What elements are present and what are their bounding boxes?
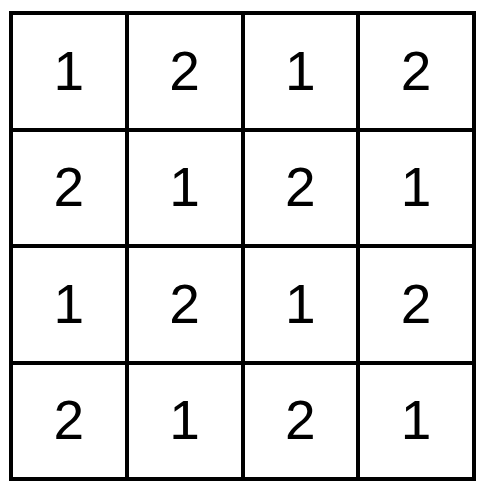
grid-cell-r2c2: 1 [129,132,241,245]
grid-cell-r2c1: 2 [13,132,125,245]
grid-cell-r4c1: 2 [13,365,125,478]
grid-cell-r4c4: 1 [360,365,472,478]
grid-cell-r1c1: 1 [13,15,125,128]
grid-cell-r3c4: 2 [360,248,472,361]
grid-cell-r2c4: 1 [360,132,472,245]
grid-cell-r1c2: 2 [129,15,241,128]
grid-cell-r1c3: 1 [245,15,357,128]
grid-cell-r4c2: 1 [129,365,241,478]
grid-cell-r3c1: 1 [13,248,125,361]
grid-cell-r4c3: 2 [245,365,357,478]
grid-cell-r2c3: 2 [245,132,357,245]
grid-cell-r3c2: 2 [129,248,241,361]
grid-cell-r1c4: 2 [360,15,472,128]
puzzle-board: 1212212112122121 [9,11,476,481]
grid-cell-r3c3: 1 [245,248,357,361]
